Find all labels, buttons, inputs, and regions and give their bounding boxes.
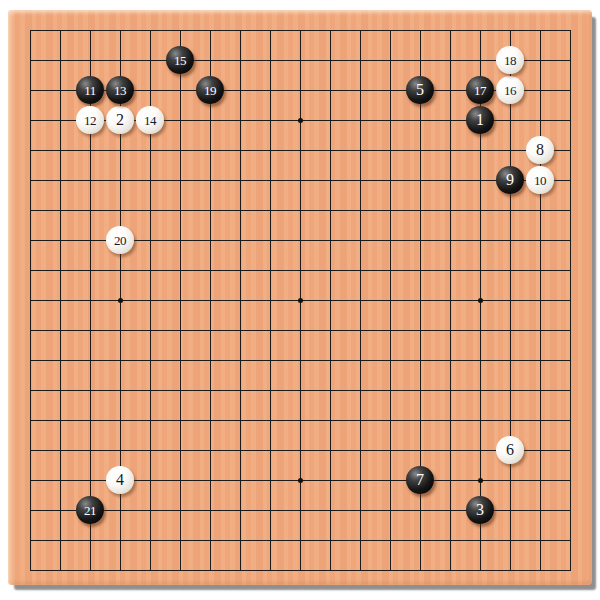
star-point — [478, 478, 483, 483]
stone-black-11: 11 — [76, 76, 104, 104]
grid-line-horizontal — [30, 330, 571, 331]
move-number: 15 — [174, 54, 186, 67]
grid-line-horizontal — [30, 360, 571, 361]
stone-white-20: 20 — [106, 226, 134, 254]
page: 123456789101112131415161718192021 — [0, 0, 600, 600]
stone-black-1: 1 — [466, 106, 494, 134]
move-number: 18 — [504, 54, 516, 67]
move-number: 12 — [84, 114, 96, 127]
move-number: 17 — [474, 84, 486, 97]
move-number: 5 — [416, 82, 424, 98]
move-number: 4 — [116, 472, 124, 488]
grid-line-horizontal — [30, 390, 571, 391]
move-number: 6 — [506, 442, 514, 458]
grid-line-vertical — [450, 30, 451, 571]
stone-white-2: 2 — [106, 106, 134, 134]
grid-line-horizontal — [30, 420, 571, 421]
grid-line-vertical — [570, 30, 571, 571]
grid-line-vertical — [510, 30, 511, 571]
stone-black-21: 21 — [76, 496, 104, 524]
stone-black-15: 15 — [166, 46, 194, 74]
move-number: 10 — [534, 174, 546, 187]
move-number: 21 — [84, 504, 96, 517]
stone-black-5: 5 — [406, 76, 434, 104]
move-number: 13 — [114, 84, 126, 97]
stone-white-12: 12 — [76, 106, 104, 134]
grid-line-vertical — [330, 30, 331, 571]
stone-white-4: 4 — [106, 466, 134, 494]
star-point — [478, 298, 483, 303]
stone-white-10: 10 — [526, 166, 554, 194]
stone-black-9: 9 — [496, 166, 524, 194]
star-point — [298, 298, 303, 303]
move-number: 1 — [476, 112, 484, 128]
move-number: 20 — [114, 234, 126, 247]
move-number: 9 — [506, 172, 514, 188]
grid-line-vertical — [360, 30, 361, 571]
star-point — [118, 298, 123, 303]
move-number: 14 — [144, 114, 156, 127]
stone-black-19: 19 — [196, 76, 224, 104]
stone-white-6: 6 — [496, 436, 524, 464]
stone-black-17: 17 — [466, 76, 494, 104]
grid-line-horizontal — [30, 570, 571, 571]
move-number: 3 — [476, 502, 484, 518]
move-number: 19 — [204, 84, 216, 97]
stone-white-18: 18 — [496, 46, 524, 74]
stone-white-16: 16 — [496, 76, 524, 104]
grid-line-horizontal — [30, 540, 571, 541]
stone-black-3: 3 — [466, 496, 494, 524]
stone-black-7: 7 — [406, 466, 434, 494]
grid-line-vertical — [390, 30, 391, 571]
move-number: 2 — [116, 112, 124, 128]
stone-black-13: 13 — [106, 76, 134, 104]
grid-line-horizontal — [30, 450, 571, 451]
move-number: 8 — [536, 142, 544, 158]
star-point — [298, 478, 303, 483]
grid-line-vertical — [540, 30, 541, 571]
star-point — [298, 118, 303, 123]
stone-white-14: 14 — [136, 106, 164, 134]
stone-white-8: 8 — [526, 136, 554, 164]
move-number: 7 — [416, 472, 424, 488]
move-number: 11 — [84, 84, 96, 97]
move-number: 16 — [504, 84, 516, 97]
go-board[interactable]: 123456789101112131415161718192021 — [8, 10, 592, 585]
